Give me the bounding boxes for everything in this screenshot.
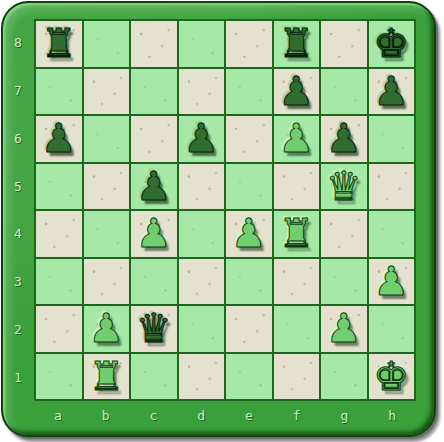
- rank-label-7: 7: [3, 67, 33, 115]
- square-f7[interactable]: ♟: [274, 69, 320, 115]
- square-c4[interactable]: ♟: [131, 211, 177, 257]
- square-b5[interactable]: [84, 164, 130, 210]
- white-pawn-f6[interactable]: ♟: [278, 116, 314, 162]
- square-c1[interactable]: [131, 354, 177, 400]
- rank-label-4: 4: [3, 210, 33, 258]
- file-labels: abcdefgh: [34, 400, 416, 430]
- rank-labels: 87654321: [3, 19, 33, 401]
- square-d7[interactable]: [179, 69, 225, 115]
- square-h8[interactable]: ♚: [369, 21, 415, 67]
- square-h2[interactable]: [369, 306, 415, 352]
- file-label-c: c: [130, 400, 178, 430]
- square-a6[interactable]: ♟: [36, 116, 82, 162]
- black-rook-f8[interactable]: ♜: [278, 21, 314, 67]
- black-queen-c2[interactable]: ♛: [136, 306, 172, 352]
- square-f3[interactable]: [274, 259, 320, 305]
- black-pawn-c5[interactable]: ♟: [136, 164, 172, 210]
- square-h1[interactable]: ♚: [369, 354, 415, 400]
- white-pawn-b2[interactable]: ♟: [88, 306, 124, 352]
- square-b8[interactable]: [84, 21, 130, 67]
- rank-label-3: 3: [3, 258, 33, 306]
- square-d5[interactable]: [179, 164, 225, 210]
- square-f6[interactable]: ♟: [274, 116, 320, 162]
- square-e8[interactable]: [226, 21, 272, 67]
- black-pawn-d6[interactable]: ♟: [183, 116, 219, 162]
- square-f4[interactable]: ♜: [274, 211, 320, 257]
- square-d2[interactable]: [179, 306, 225, 352]
- white-king-h1[interactable]: ♚: [373, 354, 409, 400]
- square-e5[interactable]: [226, 164, 272, 210]
- rank-label-5: 5: [3, 162, 33, 210]
- black-rook-a8[interactable]: ♜: [41, 21, 77, 67]
- square-a5[interactable]: [36, 164, 82, 210]
- square-h5[interactable]: [369, 164, 415, 210]
- square-g3[interactable]: [321, 259, 367, 305]
- square-c2[interactable]: ♛: [131, 306, 177, 352]
- black-pawn-a6[interactable]: ♟: [41, 116, 77, 162]
- square-d8[interactable]: [179, 21, 225, 67]
- square-e3[interactable]: [226, 259, 272, 305]
- square-d1[interactable]: [179, 354, 225, 400]
- white-rook-f4[interactable]: ♜: [278, 211, 314, 257]
- white-pawn-g2[interactable]: ♟: [326, 306, 362, 352]
- square-d3[interactable]: [179, 259, 225, 305]
- square-h7[interactable]: ♟: [369, 69, 415, 115]
- square-f2[interactable]: [274, 306, 320, 352]
- file-label-g: g: [321, 400, 369, 430]
- square-f5[interactable]: [274, 164, 320, 210]
- square-g4[interactable]: [321, 211, 367, 257]
- black-pawn-f7[interactable]: ♟: [278, 69, 314, 115]
- square-f1[interactable]: [274, 354, 320, 400]
- file-label-h: h: [368, 400, 416, 430]
- square-g6[interactable]: ♟: [321, 116, 367, 162]
- square-e4[interactable]: ♟: [226, 211, 272, 257]
- square-g2[interactable]: ♟: [321, 306, 367, 352]
- white-pawn-e4[interactable]: ♟: [231, 211, 267, 257]
- black-king-h8[interactable]: ♚: [373, 21, 409, 67]
- square-d4[interactable]: [179, 211, 225, 257]
- square-a8[interactable]: ♜: [36, 21, 82, 67]
- square-a7[interactable]: [36, 69, 82, 115]
- white-rook-b1[interactable]: ♜: [88, 354, 124, 400]
- square-e1[interactable]: [226, 354, 272, 400]
- square-c6[interactable]: [131, 116, 177, 162]
- square-a4[interactable]: [36, 211, 82, 257]
- white-pawn-h3[interactable]: ♟: [373, 259, 409, 305]
- square-a3[interactable]: [36, 259, 82, 305]
- square-e7[interactable]: [226, 69, 272, 115]
- black-pawn-g6[interactable]: ♟: [326, 116, 362, 162]
- white-queen-g5[interactable]: ♛: [326, 164, 362, 210]
- square-b4[interactable]: [84, 211, 130, 257]
- file-label-a: a: [34, 400, 82, 430]
- square-b2[interactable]: ♟: [84, 306, 130, 352]
- square-e6[interactable]: [226, 116, 272, 162]
- square-a1[interactable]: [36, 354, 82, 400]
- rank-label-1: 1: [3, 353, 33, 401]
- square-c7[interactable]: [131, 69, 177, 115]
- square-g7[interactable]: [321, 69, 367, 115]
- square-c5[interactable]: ♟: [131, 164, 177, 210]
- chess-app-window: 87654321 abcdefgh ♜♜♚♟♟♟♟♟♟♟♛♟♟♜♟♟♛♟♜♚: [0, 0, 444, 442]
- square-d6[interactable]: ♟: [179, 116, 225, 162]
- square-b3[interactable]: [84, 259, 130, 305]
- square-g5[interactable]: ♛: [321, 164, 367, 210]
- square-b6[interactable]: [84, 116, 130, 162]
- square-c3[interactable]: [131, 259, 177, 305]
- white-pawn-c4[interactable]: ♟: [136, 211, 172, 257]
- rank-label-6: 6: [3, 115, 33, 163]
- square-h4[interactable]: [369, 211, 415, 257]
- square-e2[interactable]: [226, 306, 272, 352]
- rank-label-2: 2: [3, 306, 33, 354]
- file-label-e: e: [225, 400, 273, 430]
- file-label-d: d: [177, 400, 225, 430]
- square-b7[interactable]: [84, 69, 130, 115]
- square-h3[interactable]: ♟: [369, 259, 415, 305]
- square-h6[interactable]: [369, 116, 415, 162]
- square-c8[interactable]: [131, 21, 177, 67]
- file-label-f: f: [273, 400, 321, 430]
- square-g8[interactable]: [321, 21, 367, 67]
- chess-board: ♜♜♚♟♟♟♟♟♟♟♛♟♟♜♟♟♛♟♜♚: [34, 19, 416, 401]
- square-g1[interactable]: [321, 354, 367, 400]
- rank-label-8: 8: [3, 19, 33, 67]
- square-f8[interactable]: ♜: [274, 21, 320, 67]
- black-pawn-h7[interactable]: ♟: [373, 69, 409, 115]
- square-a2[interactable]: [36, 306, 82, 352]
- file-label-b: b: [82, 400, 130, 430]
- square-b1[interactable]: ♜: [84, 354, 130, 400]
